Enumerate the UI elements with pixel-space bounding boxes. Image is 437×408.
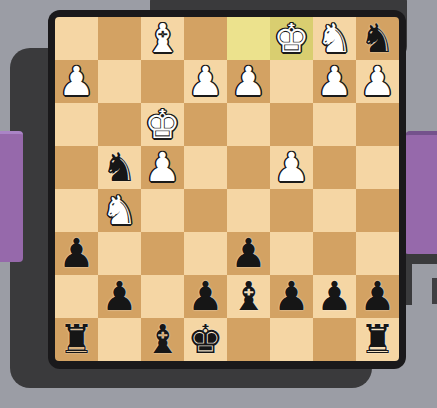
square-f8[interactable]: ♚ xyxy=(270,17,313,60)
square-h4[interactable] xyxy=(356,189,399,232)
piece-black-bishop[interactable]: ♝ xyxy=(231,275,267,318)
piece-black-bishop[interactable]: ♝ xyxy=(145,318,181,361)
square-g7[interactable]: ♟ xyxy=(313,60,356,103)
chess-board-frame: ♝♚♞♞♟♟♟♟♟♚♞♟♟♞♟♟♟♟♝♟♟♟♜♝♚♜ xyxy=(48,10,406,369)
piece-white-pawn[interactable]: ♟ xyxy=(317,60,353,103)
square-a6[interactable] xyxy=(55,103,98,146)
piece-white-pawn[interactable]: ♟ xyxy=(188,60,224,103)
square-g2[interactable]: ♟ xyxy=(313,275,356,318)
square-h8[interactable]: ♞ xyxy=(356,17,399,60)
square-c4[interactable] xyxy=(141,189,184,232)
piece-black-king[interactable]: ♚ xyxy=(188,318,224,361)
piece-white-knight[interactable]: ♞ xyxy=(317,17,353,60)
square-c8[interactable]: ♝ xyxy=(141,17,184,60)
piece-white-king[interactable]: ♚ xyxy=(145,103,181,146)
square-d8[interactable] xyxy=(184,17,227,60)
square-a1[interactable]: ♜ xyxy=(55,318,98,361)
square-f1[interactable] xyxy=(270,318,313,361)
square-e4[interactable] xyxy=(227,189,270,232)
square-d2[interactable]: ♟ xyxy=(184,275,227,318)
square-b7[interactable] xyxy=(98,60,141,103)
square-c5[interactable]: ♟ xyxy=(141,146,184,189)
piece-black-pawn[interactable]: ♟ xyxy=(188,275,224,318)
square-a8[interactable] xyxy=(55,17,98,60)
piece-black-pawn[interactable]: ♟ xyxy=(59,232,95,275)
square-e3[interactable]: ♟ xyxy=(227,232,270,275)
square-h3[interactable] xyxy=(356,232,399,275)
square-g8[interactable]: ♞ xyxy=(313,17,356,60)
piece-black-rook[interactable]: ♜ xyxy=(59,318,95,361)
piece-black-rook[interactable]: ♜ xyxy=(360,318,396,361)
square-b6[interactable] xyxy=(98,103,141,146)
square-c3[interactable] xyxy=(141,232,184,275)
square-h7[interactable]: ♟ xyxy=(356,60,399,103)
square-d3[interactable] xyxy=(184,232,227,275)
square-e6[interactable] xyxy=(227,103,270,146)
square-e7[interactable]: ♟ xyxy=(227,60,270,103)
chess-scene: ♝♚♞♞♟♟♟♟♟♚♞♟♟♞♟♟♟♟♝♟♟♟♜♝♚♜ xyxy=(0,0,437,408)
square-f7[interactable] xyxy=(270,60,313,103)
piece-white-pawn[interactable]: ♟ xyxy=(231,60,267,103)
square-h5[interactable] xyxy=(356,146,399,189)
square-a4[interactable] xyxy=(55,189,98,232)
piece-black-pawn[interactable]: ♟ xyxy=(317,275,353,318)
square-b2[interactable]: ♟ xyxy=(98,275,141,318)
piece-black-pawn[interactable]: ♟ xyxy=(102,275,138,318)
square-g6[interactable] xyxy=(313,103,356,146)
right-chair-cushion xyxy=(405,131,437,254)
piece-black-pawn[interactable]: ♟ xyxy=(274,275,310,318)
square-c6[interactable]: ♚ xyxy=(141,103,184,146)
piece-white-pawn[interactable]: ♟ xyxy=(59,60,95,103)
square-d1[interactable]: ♚ xyxy=(184,318,227,361)
square-b3[interactable] xyxy=(98,232,141,275)
square-h2[interactable]: ♟ xyxy=(356,275,399,318)
square-d7[interactable]: ♟ xyxy=(184,60,227,103)
square-g4[interactable] xyxy=(313,189,356,232)
left-chair-cushion xyxy=(0,131,23,262)
square-b4[interactable]: ♞ xyxy=(98,189,141,232)
piece-white-king[interactable]: ♚ xyxy=(274,17,310,60)
square-f2[interactable]: ♟ xyxy=(270,275,313,318)
square-c7[interactable] xyxy=(141,60,184,103)
square-h6[interactable] xyxy=(356,103,399,146)
piece-black-pawn[interactable]: ♟ xyxy=(360,275,396,318)
piece-black-knight[interactable]: ♞ xyxy=(360,17,396,60)
piece-white-pawn[interactable]: ♟ xyxy=(274,146,310,189)
square-a2[interactable] xyxy=(55,275,98,318)
square-c2[interactable] xyxy=(141,275,184,318)
square-g5[interactable] xyxy=(313,146,356,189)
square-c1[interactable]: ♝ xyxy=(141,318,184,361)
piece-black-knight[interactable]: ♞ xyxy=(102,146,138,189)
piece-white-pawn[interactable]: ♟ xyxy=(360,60,396,103)
square-g3[interactable] xyxy=(313,232,356,275)
square-f3[interactable] xyxy=(270,232,313,275)
piece-white-bishop[interactable]: ♝ xyxy=(145,17,181,60)
right-chair-edge xyxy=(432,278,437,304)
piece-white-pawn[interactable]: ♟ xyxy=(145,146,181,189)
square-f4[interactable] xyxy=(270,189,313,232)
square-d5[interactable] xyxy=(184,146,227,189)
square-b5[interactable]: ♞ xyxy=(98,146,141,189)
square-e5[interactable] xyxy=(227,146,270,189)
chess-board[interactable]: ♝♚♞♞♟♟♟♟♟♚♞♟♟♞♟♟♟♟♝♟♟♟♜♝♚♜ xyxy=(55,17,399,361)
square-e2[interactable]: ♝ xyxy=(227,275,270,318)
piece-white-knight[interactable]: ♞ xyxy=(102,189,138,232)
square-a7[interactable]: ♟ xyxy=(55,60,98,103)
square-e8[interactable] xyxy=(227,17,270,60)
square-e1[interactable] xyxy=(227,318,270,361)
square-d4[interactable] xyxy=(184,189,227,232)
square-h1[interactable]: ♜ xyxy=(356,318,399,361)
square-d6[interactable] xyxy=(184,103,227,146)
square-a5[interactable] xyxy=(55,146,98,189)
square-a3[interactable]: ♟ xyxy=(55,232,98,275)
square-b1[interactable] xyxy=(98,318,141,361)
piece-black-pawn[interactable]: ♟ xyxy=(231,232,267,275)
square-b8[interactable] xyxy=(98,17,141,60)
square-g1[interactable] xyxy=(313,318,356,361)
square-f5[interactable]: ♟ xyxy=(270,146,313,189)
square-f6[interactable] xyxy=(270,103,313,146)
